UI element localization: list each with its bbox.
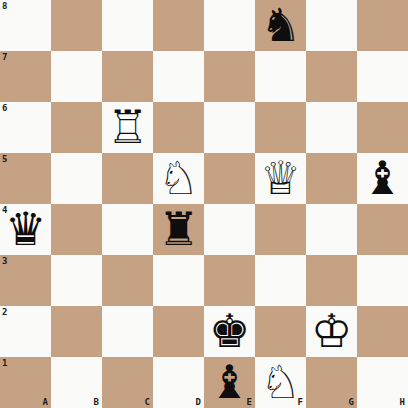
square-a2[interactable]: 2 — [0, 306, 51, 357]
square-a3[interactable]: 3 — [0, 255, 51, 306]
square-b1[interactable]: B — [51, 357, 102, 408]
white-rook-glyph: ♖ — [102, 102, 153, 153]
square-d8[interactable] — [153, 0, 204, 51]
square-d4[interactable]: ♜ — [153, 204, 204, 255]
square-g1[interactable]: G — [306, 357, 357, 408]
square-b2[interactable] — [51, 306, 102, 357]
square-d5[interactable]: ♞♘ — [153, 153, 204, 204]
square-d6[interactable] — [153, 102, 204, 153]
square-f6[interactable] — [255, 102, 306, 153]
square-b3[interactable] — [51, 255, 102, 306]
square-a7[interactable]: 7 — [0, 51, 51, 102]
square-b4[interactable] — [51, 204, 102, 255]
square-f4[interactable] — [255, 204, 306, 255]
square-g8[interactable] — [306, 0, 357, 51]
square-h5[interactable]: ♝ — [357, 153, 408, 204]
rank-label-8: 8 — [2, 2, 7, 11]
file-label-h: H — [400, 398, 405, 407]
white-knight-glyph: ♘ — [255, 357, 306, 408]
piece-white-queen: ♛♕ — [255, 153, 306, 204]
square-g4[interactable] — [306, 204, 357, 255]
square-c2[interactable] — [102, 306, 153, 357]
rank-label-5: 5 — [2, 155, 7, 164]
square-f1[interactable]: F♞♘ — [255, 357, 306, 408]
file-label-c: C — [145, 398, 150, 407]
square-h3[interactable] — [357, 255, 408, 306]
square-a1[interactable]: 1A — [0, 357, 51, 408]
piece-black-knight: ♞ — [255, 0, 306, 51]
square-b5[interactable] — [51, 153, 102, 204]
piece-black-bishop: ♝ — [204, 357, 255, 408]
square-g5[interactable] — [306, 153, 357, 204]
square-e1[interactable]: E♝ — [204, 357, 255, 408]
square-g3[interactable] — [306, 255, 357, 306]
white-queen-glyph: ♕ — [255, 153, 306, 204]
square-a6[interactable]: 6 — [0, 102, 51, 153]
chess-diagram: 8♞76♜♖5♞♘♛♕♝4♛♜32♚♚♔1ABCDE♝F♞♘GH — [0, 0, 408, 408]
piece-white-knight: ♞♘ — [153, 153, 204, 204]
square-h6[interactable] — [357, 102, 408, 153]
square-d1[interactable]: D — [153, 357, 204, 408]
square-f5[interactable]: ♛♕ — [255, 153, 306, 204]
piece-black-king: ♚ — [204, 306, 255, 357]
square-f3[interactable] — [255, 255, 306, 306]
rank-label-6: 6 — [2, 104, 7, 113]
square-e4[interactable] — [204, 204, 255, 255]
square-h8[interactable] — [357, 0, 408, 51]
square-a8[interactable]: 8 — [0, 0, 51, 51]
rank-label-1: 1 — [2, 359, 7, 368]
square-d3[interactable] — [153, 255, 204, 306]
square-c4[interactable] — [102, 204, 153, 255]
piece-black-bishop: ♝ — [357, 153, 408, 204]
square-e6[interactable] — [204, 102, 255, 153]
square-e2[interactable]: ♚ — [204, 306, 255, 357]
square-f8[interactable]: ♞ — [255, 0, 306, 51]
chess-board: 8♞76♜♖5♞♘♛♕♝4♛♜32♚♚♔1ABCDE♝F♞♘GH — [0, 0, 408, 408]
square-f2[interactable] — [255, 306, 306, 357]
square-a4[interactable]: 4♛ — [0, 204, 51, 255]
square-h7[interactable] — [357, 51, 408, 102]
square-f7[interactable] — [255, 51, 306, 102]
square-e7[interactable] — [204, 51, 255, 102]
square-h2[interactable] — [357, 306, 408, 357]
square-c6[interactable]: ♜♖ — [102, 102, 153, 153]
white-king-glyph: ♔ — [306, 306, 357, 357]
square-c3[interactable] — [102, 255, 153, 306]
piece-white-rook: ♜♖ — [102, 102, 153, 153]
square-g2[interactable]: ♚♔ — [306, 306, 357, 357]
file-label-a: A — [43, 398, 48, 407]
piece-black-queen: ♛ — [0, 204, 51, 255]
square-h1[interactable]: H — [357, 357, 408, 408]
square-h4[interactable] — [357, 204, 408, 255]
square-b6[interactable] — [51, 102, 102, 153]
white-knight-glyph: ♘ — [153, 153, 204, 204]
rank-label-2: 2 — [2, 308, 7, 317]
square-c8[interactable] — [102, 0, 153, 51]
rank-label-7: 7 — [2, 53, 7, 62]
square-a5[interactable]: 5 — [0, 153, 51, 204]
file-label-b: B — [94, 398, 99, 407]
rank-label-3: 3 — [2, 257, 7, 266]
square-g7[interactable] — [306, 51, 357, 102]
piece-white-knight: ♞♘ — [255, 357, 306, 408]
square-e3[interactable] — [204, 255, 255, 306]
square-g6[interactable] — [306, 102, 357, 153]
square-c1[interactable]: C — [102, 357, 153, 408]
file-label-d: D — [196, 398, 201, 407]
piece-black-rook: ♜ — [153, 204, 204, 255]
piece-white-king: ♚♔ — [306, 306, 357, 357]
square-d7[interactable] — [153, 51, 204, 102]
square-e8[interactable] — [204, 0, 255, 51]
square-e5[interactable] — [204, 153, 255, 204]
square-d2[interactable] — [153, 306, 204, 357]
square-c7[interactable] — [102, 51, 153, 102]
square-b7[interactable] — [51, 51, 102, 102]
square-c5[interactable] — [102, 153, 153, 204]
square-b8[interactable] — [51, 0, 102, 51]
file-label-g: G — [349, 398, 354, 407]
